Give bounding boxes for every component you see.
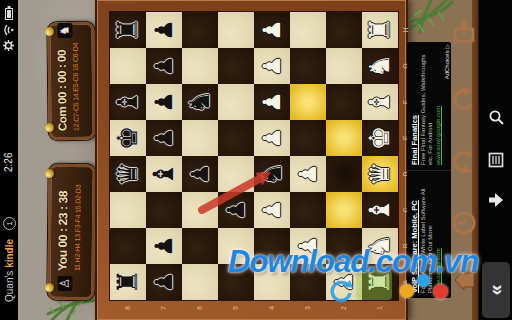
white-queen-d1: ♛: [362, 156, 398, 192]
square-b8[interactable]: [110, 228, 146, 264]
black-pawn-d6: ♟: [182, 156, 218, 192]
plaque-pin: [45, 27, 54, 36]
square-h5[interactable]: [218, 12, 254, 48]
square-a2[interactable]: ♟: [326, 264, 362, 300]
chess-board: ♜♛♚♝♜♟♟♝♟♟♟♟♟♞♟♟♞♟♟♟♟♟♟♟♜♞♝♛♚♝♞♜: [110, 12, 398, 300]
square-a7[interactable]: ♟: [146, 264, 182, 300]
you-time: You 00 : 23 : 38: [56, 184, 71, 271]
rank-label-6: 6: [196, 303, 203, 313]
square-h4[interactable]: ♟: [254, 12, 290, 48]
white-rook-h1: ♜: [362, 12, 398, 48]
black-pawn-c5: ♟: [218, 192, 254, 228]
white-pawn-icon: ♙: [57, 276, 72, 291]
square-d1[interactable]: ♛: [362, 156, 398, 192]
ad-voip-title[interactable]: VoIP Software: Mobile, PC: [410, 176, 419, 293]
black-rook-h8: ♜: [110, 12, 146, 48]
ad-voip-link[interactable]: www.ozvoip.com: [435, 176, 441, 293]
square-c7[interactable]: [146, 192, 182, 228]
notification-badge[interactable]: 1: [3, 217, 16, 230]
white-pawn-f4: ♟: [254, 84, 290, 120]
hide-keyboard-icon[interactable]: [488, 192, 504, 208]
white-pawn-c4: ♟: [254, 192, 290, 228]
back-button[interactable]: «: [482, 262, 510, 318]
square-g7[interactable]: ♟: [146, 48, 182, 84]
square-d2[interactable]: [326, 156, 362, 192]
com-time: Com 00 : 00 : 00: [56, 43, 69, 131]
square-e8[interactable]: ♚: [110, 120, 146, 156]
adchoices-icon: ▷: [444, 44, 450, 49]
square-f4[interactable]: ♟: [254, 84, 290, 120]
black-knight-f6: ♞: [182, 84, 218, 120]
square-a6[interactable]: [182, 264, 218, 300]
rank-label-1: 1: [376, 303, 383, 313]
square-a1[interactable]: ♜: [362, 264, 398, 300]
white-pawn-h4: ♟: [254, 12, 290, 48]
system-bar: «: [478, 0, 512, 320]
square-h7[interactable]: ♟: [146, 12, 182, 48]
square-h1[interactable]: ♜: [362, 12, 398, 48]
plaque-pin: [45, 123, 54, 132]
black-bishop-f8: ♝: [110, 84, 146, 120]
black-knight-d4: ♞: [254, 156, 290, 192]
square-f1[interactable]: ♝: [362, 84, 398, 120]
square-c1[interactable]: ♝: [362, 192, 398, 228]
ad-ff-title[interactable]: Final Fanatics: [410, 47, 419, 165]
rank-label-3: 3: [304, 303, 311, 313]
square-b1[interactable]: ♞: [362, 228, 398, 264]
white-pawn-e4: ♟: [254, 120, 290, 156]
white-pawn-a2: ♟: [326, 264, 362, 300]
ad-voip[interactable]: VoIP Software: Mobile, PC For Providers:…: [407, 170, 451, 298]
undo-icon[interactable]: [451, 150, 477, 176]
chess-app: Quan's kindle 1 2:26 ♙ You 00 : 23 : 38 …: [0, 0, 512, 320]
you-move-list: 11.H2-H4 13.F3-F4 15.D2-D3: [74, 185, 82, 272]
black-pawn-h7: ♟: [146, 12, 182, 48]
square-d7[interactable]: ♝: [146, 156, 182, 192]
square-f2[interactable]: [326, 84, 362, 120]
square-e6[interactable]: [182, 120, 218, 156]
black-pawn-f7: ♟: [146, 84, 182, 120]
square-c3[interactable]: [290, 192, 326, 228]
device-name: Quan's kindle: [4, 239, 15, 302]
rank-label-5: 5: [232, 303, 239, 313]
square-d8[interactable]: ♛: [110, 156, 146, 192]
square-e3[interactable]: [290, 120, 326, 156]
status-time: 2:26: [3, 153, 14, 172]
screen: Quan's kindle 1 2:26 ♙ You 00 : 23 : 38 …: [0, 0, 512, 320]
square-b5[interactable]: [218, 228, 254, 264]
black-pawn-a7: ♟: [146, 264, 182, 300]
redo-icon[interactable]: [451, 85, 477, 111]
square-b6[interactable]: [182, 228, 218, 264]
gear-icon[interactable]: [3, 40, 14, 51]
square-f5[interactable]: [218, 84, 254, 120]
rank-label-2: 2: [340, 303, 347, 313]
square-d6[interactable]: ♟: [182, 156, 218, 192]
white-king-e1: ♚: [362, 120, 398, 156]
rank-label-7: 7: [160, 303, 167, 313]
square-g3[interactable]: [290, 48, 326, 84]
square-f3[interactable]: [290, 84, 326, 120]
white-pawn-b3: ♟: [290, 228, 326, 264]
adchoices-label[interactable]: AdChoices ▷: [443, 44, 450, 79]
square-g2[interactable]: [326, 48, 362, 84]
ad-banner: VoIP Software: Mobile, PC For Providers:…: [407, 42, 451, 298]
chess-board-frame: ♜♛♚♝♜♟♟♝♟♟♟♟♟♞♟♟♞♟♟♟♟♟♟♟♜♞♝♛♚♝♞♜ 8765432…: [95, 0, 408, 320]
square-b7[interactable]: ♟: [146, 228, 182, 264]
wifi-icon: [4, 24, 14, 36]
file-label-H: H: [402, 25, 409, 35]
you-timer-plaque: ♙ You 00 : 23 : 38 11.H2-H4 13.F3-F4 15.…: [47, 164, 95, 300]
square-c6[interactable]: [182, 192, 218, 228]
square-g5[interactable]: [218, 48, 254, 84]
square-a8[interactable]: ♜: [110, 264, 146, 300]
white-bishop-f1: ♝: [362, 84, 398, 120]
square-f6[interactable]: ♞: [182, 84, 218, 120]
square-a3[interactable]: [290, 264, 326, 300]
white-bishop-c1: ♝: [362, 192, 398, 228]
plaque-pin: [45, 283, 54, 292]
com-timer-plaque: Com 00 : 00 : 00 12.C7-C5 14.E5-C6 16.C6…: [47, 22, 95, 140]
black-queen-d8: ♛: [110, 156, 146, 192]
square-d3[interactable]: ♟: [290, 156, 326, 192]
white-knight-g1: ♞: [362, 48, 398, 84]
black-bishop-d7: ♝: [146, 156, 182, 192]
battery-icon: [5, 6, 13, 20]
plaque-pin: [45, 169, 54, 178]
square-c5[interactable]: ♟: [218, 192, 254, 228]
square-g4[interactable]: ♟: [254, 48, 290, 84]
square-h6[interactable]: [182, 12, 218, 48]
ad-ff-link[interactable]: www.sony.google.com: [435, 47, 441, 165]
menu-icon[interactable]: [488, 152, 504, 168]
square-a4[interactable]: [254, 264, 290, 300]
white-rook-a1: ♜: [362, 264, 398, 300]
status-bar: Quan's kindle 1 2:26: [0, 0, 18, 320]
square-b3[interactable]: ♟: [290, 228, 326, 264]
square-e7[interactable]: ♟: [146, 120, 182, 156]
black-pawn-b7: ♟: [146, 228, 182, 264]
square-h3[interactable]: [290, 12, 326, 48]
square-g1[interactable]: ♞: [362, 48, 398, 84]
rank-label-8: 8: [124, 303, 131, 313]
square-c2[interactable]: [326, 192, 362, 228]
black-pawn-e7: ♟: [146, 120, 182, 156]
square-h2[interactable]: [326, 12, 362, 48]
white-pawn-d3: ♟: [290, 156, 326, 192]
square-e2[interactable]: [326, 120, 362, 156]
square-g8[interactable]: [110, 48, 146, 84]
search-icon[interactable]: [488, 109, 505, 126]
black-rook-a8: ♜: [110, 264, 146, 300]
square-b4[interactable]: [254, 228, 290, 264]
square-c8[interactable]: [110, 192, 146, 228]
square-a5[interactable]: [218, 264, 254, 300]
square-h8[interactable]: ♜: [110, 12, 146, 48]
square-c4[interactable]: ♟: [254, 192, 290, 228]
black-knight-icon: ♞: [57, 23, 72, 38]
home-icon[interactable]: [451, 267, 477, 293]
square-f7[interactable]: ♟: [146, 84, 182, 120]
rank-label-4: 4: [268, 303, 275, 313]
square-d5[interactable]: [218, 156, 254, 192]
ad-ff-body: Free Final Fantasy Guides, Walkthroughs …: [420, 47, 434, 165]
square-e4[interactable]: ♟: [254, 120, 290, 156]
square-e5[interactable]: [218, 120, 254, 156]
square-g6[interactable]: [182, 48, 218, 84]
ad-voip-body: For Providers: White Label Software All …: [420, 176, 434, 293]
white-knight-b1: ♞: [362, 228, 398, 264]
square-d4[interactable]: ♞: [254, 156, 290, 192]
black-king-e8: ♚: [110, 120, 146, 156]
square-b2[interactable]: [326, 228, 362, 264]
clock-icon[interactable]: [451, 210, 477, 236]
black-pawn-g7: ♟: [146, 48, 182, 84]
square-e1[interactable]: ♚: [362, 120, 398, 156]
square-f8[interactable]: ♝: [110, 84, 146, 120]
exit-icon[interactable]: [451, 19, 477, 45]
com-move-list: 12.C7-C5 14.E5-C6 16.C6-D4: [72, 43, 80, 131]
white-pawn-g4: ♟: [254, 48, 290, 84]
